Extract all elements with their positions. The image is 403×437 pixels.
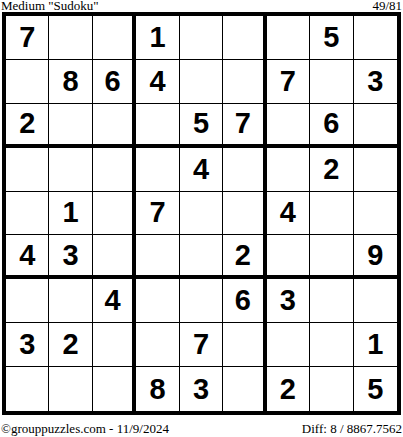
sudoku-board: 71586473257642174432946332718325 (2, 12, 401, 415)
cell-r6c7[interactable] (267, 235, 310, 279)
cell-r9c1[interactable] (6, 367, 49, 411)
cell-r4c8[interactable]: 2 (310, 148, 353, 192)
cell-r3c5[interactable]: 5 (180, 104, 223, 148)
cell-r3c3[interactable] (93, 104, 136, 148)
cell-r1c8[interactable]: 5 (310, 16, 353, 60)
cell-r5c7[interactable]: 4 (267, 192, 310, 236)
cell-r1c6[interactable] (223, 16, 266, 60)
cell-r2c1[interactable] (6, 60, 49, 104)
cell-r9c8[interactable] (310, 367, 353, 411)
cell-r2c9[interactable]: 3 (354, 60, 397, 104)
cell-r3c9[interactable] (354, 104, 397, 148)
cell-r9c4[interactable]: 8 (136, 367, 179, 411)
cell-r8c2[interactable]: 2 (49, 323, 92, 367)
cell-r2c6[interactable] (223, 60, 266, 104)
cell-r3c7[interactable] (267, 104, 310, 148)
cell-r9c9[interactable]: 5 (354, 367, 397, 411)
cell-r4c1[interactable] (6, 148, 49, 192)
cell-r3c2[interactable] (49, 104, 92, 148)
cell-r4c3[interactable] (93, 148, 136, 192)
cell-r7c4[interactable] (136, 279, 179, 323)
cell-r4c6[interactable] (223, 148, 266, 192)
cell-r6c6[interactable]: 2 (223, 235, 266, 279)
cell-r6c3[interactable] (93, 235, 136, 279)
cell-r5c6[interactable] (223, 192, 266, 236)
cell-r2c5[interactable] (180, 60, 223, 104)
cell-r5c4[interactable]: 7 (136, 192, 179, 236)
cell-r9c3[interactable] (93, 367, 136, 411)
cell-r7c1[interactable] (6, 279, 49, 323)
cell-r1c9[interactable] (354, 16, 397, 60)
cell-r1c2[interactable] (49, 16, 92, 60)
cell-r2c4[interactable]: 4 (136, 60, 179, 104)
header: Medium "Sudoku" 49/81 (0, 0, 403, 12)
cell-r4c4[interactable] (136, 148, 179, 192)
cell-r7c7[interactable]: 3 (267, 279, 310, 323)
puzzle-title: Medium "Sudoku" (1, 0, 99, 12)
cell-r7c2[interactable] (49, 279, 92, 323)
copyright-date: ©grouppuzzles.com - 11/9/2024 (1, 422, 169, 435)
cell-r6c2[interactable]: 3 (49, 235, 92, 279)
cell-r5c2[interactable]: 1 (49, 192, 92, 236)
cell-r7c8[interactable] (310, 279, 353, 323)
cell-r5c8[interactable] (310, 192, 353, 236)
cell-r9c6[interactable] (223, 367, 266, 411)
cell-r4c7[interactable] (267, 148, 310, 192)
sudoku-page: Medium "Sudoku" 49/81 715864732576421744… (0, 0, 403, 437)
cell-r6c9[interactable]: 9 (354, 235, 397, 279)
cell-r1c3[interactable] (93, 16, 136, 60)
empty-cell-counter: 49/81 (372, 0, 402, 12)
cell-r7c3[interactable]: 4 (93, 279, 136, 323)
cell-r6c4[interactable] (136, 235, 179, 279)
cell-r8c8[interactable] (310, 323, 353, 367)
cell-r2c3[interactable]: 6 (93, 60, 136, 104)
cell-r1c4[interactable]: 1 (136, 16, 179, 60)
cell-r8c1[interactable]: 3 (6, 323, 49, 367)
cell-r3c8[interactable]: 6 (310, 104, 353, 148)
cell-r1c7[interactable] (267, 16, 310, 60)
difficulty-rating: Diff: 8 / 8867.7562 (302, 422, 402, 435)
cell-r8c4[interactable] (136, 323, 179, 367)
cell-r6c1[interactable]: 4 (6, 235, 49, 279)
cell-r8c7[interactable] (267, 323, 310, 367)
cell-r5c3[interactable] (93, 192, 136, 236)
cell-r8c3[interactable] (93, 323, 136, 367)
cell-r7c6[interactable]: 6 (223, 279, 266, 323)
cell-r1c5[interactable] (180, 16, 223, 60)
cell-r4c9[interactable] (354, 148, 397, 192)
cell-r9c5[interactable]: 3 (180, 367, 223, 411)
cell-r3c4[interactable] (136, 104, 179, 148)
cell-r9c2[interactable] (49, 367, 92, 411)
cell-r5c1[interactable] (6, 192, 49, 236)
cell-r8c9[interactable]: 1 (354, 323, 397, 367)
cell-r6c5[interactable] (180, 235, 223, 279)
cell-r8c6[interactable] (223, 323, 266, 367)
footer: ©grouppuzzles.com - 11/9/2024 Diff: 8 / … (0, 421, 403, 435)
cell-r9c7[interactable]: 2 (267, 367, 310, 411)
cell-r4c5[interactable]: 4 (180, 148, 223, 192)
cell-r3c6[interactable]: 7 (223, 104, 266, 148)
cell-r1c1[interactable]: 7 (6, 16, 49, 60)
cell-r5c9[interactable] (354, 192, 397, 236)
cell-r3c1[interactable]: 2 (6, 104, 49, 148)
cell-r8c5[interactable]: 7 (180, 323, 223, 367)
cell-r7c9[interactable] (354, 279, 397, 323)
cell-r2c8[interactable] (310, 60, 353, 104)
cell-r2c7[interactable]: 7 (267, 60, 310, 104)
cell-r2c2[interactable]: 8 (49, 60, 92, 104)
cell-r6c8[interactable] (310, 235, 353, 279)
cell-r7c5[interactable] (180, 279, 223, 323)
cell-r4c2[interactable] (49, 148, 92, 192)
cell-r5c5[interactable] (180, 192, 223, 236)
